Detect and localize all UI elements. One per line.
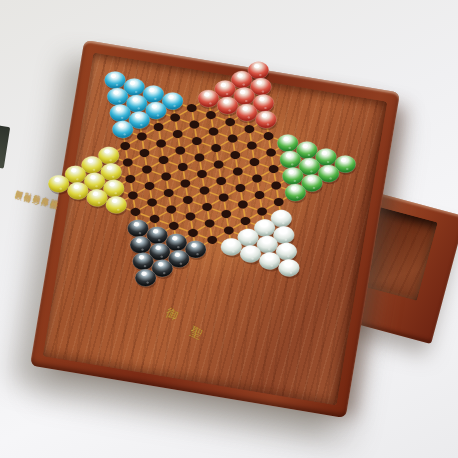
board-hole bbox=[210, 143, 223, 154]
grid-dash bbox=[147, 128, 154, 135]
grid-dash bbox=[200, 127, 208, 130]
grid-dash bbox=[145, 174, 152, 181]
grid-dash bbox=[204, 149, 211, 156]
board-hole bbox=[160, 171, 173, 182]
grid-dash bbox=[164, 119, 171, 126]
grid-dash bbox=[192, 130, 199, 137]
board-hole bbox=[220, 209, 233, 220]
grid-dash bbox=[267, 203, 274, 210]
board-hole bbox=[148, 214, 161, 225]
board-hole bbox=[157, 155, 170, 166]
board-hole bbox=[224, 117, 237, 128]
grid-dash bbox=[126, 167, 133, 174]
grid-dash bbox=[186, 205, 193, 212]
grid-dash bbox=[153, 172, 161, 175]
grid-dash bbox=[265, 187, 272, 194]
grid-dash bbox=[171, 168, 178, 175]
grid-dash bbox=[252, 167, 259, 174]
board-hole bbox=[248, 157, 261, 168]
grid-dash bbox=[272, 174, 279, 181]
grid-dash bbox=[198, 225, 205, 232]
grid-dash bbox=[219, 124, 226, 131]
board-hole bbox=[236, 199, 249, 210]
grid-dash bbox=[208, 176, 216, 179]
grid-dash bbox=[130, 138, 137, 145]
board-hole bbox=[193, 152, 206, 163]
grid-dash bbox=[169, 152, 176, 159]
grid-dash bbox=[246, 190, 254, 193]
grid-dash bbox=[134, 165, 142, 168]
grid-dash bbox=[139, 198, 147, 201]
grid-dash bbox=[180, 228, 188, 231]
grid-dash bbox=[160, 221, 168, 224]
grid-dash bbox=[131, 148, 139, 151]
grid-dash bbox=[207, 166, 214, 173]
grid-dash bbox=[222, 202, 229, 209]
grid-dash bbox=[265, 197, 273, 200]
grid-dash bbox=[160, 211, 167, 218]
grid-dash bbox=[190, 113, 197, 120]
grid-dash bbox=[158, 205, 166, 208]
board-hole bbox=[222, 225, 235, 236]
grid-dash bbox=[244, 174, 252, 177]
grid-dash bbox=[238, 193, 245, 200]
board-hole bbox=[207, 126, 220, 137]
board-hole bbox=[262, 131, 275, 142]
board-hole bbox=[217, 192, 230, 203]
grid-dash bbox=[181, 120, 189, 123]
grid-dash bbox=[155, 188, 163, 191]
grid-dash bbox=[148, 139, 156, 142]
grid-dash bbox=[248, 196, 255, 203]
grid-dash bbox=[191, 186, 199, 189]
grid-dash bbox=[222, 150, 230, 153]
board-hole bbox=[152, 122, 165, 133]
grid-dash bbox=[205, 160, 213, 163]
grid-dash bbox=[197, 162, 204, 169]
grid-dash bbox=[202, 195, 209, 202]
board-hole bbox=[190, 136, 203, 147]
board-hole bbox=[126, 190, 139, 201]
grid-dash bbox=[142, 158, 149, 165]
grid-dash bbox=[186, 153, 194, 156]
grid-dash bbox=[189, 169, 197, 172]
grid-dash bbox=[176, 139, 183, 146]
board-hole bbox=[203, 218, 216, 229]
grid-dash bbox=[240, 147, 247, 154]
board-hole bbox=[138, 148, 151, 159]
grid-dash bbox=[185, 142, 192, 149]
board-hole bbox=[141, 164, 154, 175]
grid-dash bbox=[200, 179, 207, 186]
board-hole bbox=[121, 157, 134, 168]
grid-dash bbox=[179, 218, 186, 225]
grid-dash bbox=[210, 182, 217, 189]
grid-dash bbox=[157, 194, 164, 201]
board-hole bbox=[119, 141, 132, 152]
grid-dash bbox=[229, 189, 236, 196]
grid-dash bbox=[150, 155, 158, 158]
board-hole bbox=[169, 112, 182, 123]
board-hole bbox=[129, 207, 142, 218]
grid-dash bbox=[247, 134, 254, 141]
grid-dash bbox=[203, 143, 211, 146]
grid-dash bbox=[195, 208, 202, 215]
grid-dash bbox=[167, 198, 174, 205]
grid-dash bbox=[215, 226, 223, 229]
grid-dash bbox=[176, 201, 183, 208]
grid-dash bbox=[217, 169, 224, 176]
board-hole bbox=[243, 124, 256, 135]
grid-dash bbox=[205, 212, 212, 219]
grid-dash bbox=[164, 181, 171, 188]
grid-dash bbox=[250, 151, 257, 158]
board-hole bbox=[167, 221, 180, 232]
grid-dash bbox=[210, 193, 218, 196]
board-hole bbox=[174, 145, 187, 156]
grid-dash bbox=[140, 204, 147, 211]
grid-dash bbox=[162, 165, 169, 172]
grid-dash bbox=[224, 156, 231, 163]
grid-dash bbox=[263, 181, 271, 184]
grid-dash bbox=[219, 134, 227, 137]
board-hole bbox=[184, 211, 197, 222]
grid-dash bbox=[229, 200, 237, 203]
grid-dash bbox=[211, 137, 218, 144]
grid-dash bbox=[188, 221, 195, 228]
board-hole bbox=[245, 140, 258, 151]
grid-dash bbox=[183, 126, 190, 133]
grid-dash bbox=[199, 117, 206, 124]
board-hole bbox=[165, 204, 178, 215]
board-hole bbox=[179, 178, 192, 189]
board-hole bbox=[215, 176, 228, 187]
grid-dash bbox=[183, 188, 190, 195]
grid-dash bbox=[226, 173, 233, 180]
grid-dash bbox=[194, 202, 202, 205]
grid-dash bbox=[217, 232, 224, 239]
background-object-sliver bbox=[0, 125, 10, 168]
grid-dash bbox=[202, 133, 209, 140]
board-hole bbox=[206, 235, 219, 246]
grid-dash bbox=[193, 192, 200, 199]
grid-dash bbox=[245, 180, 252, 187]
grid-dash bbox=[135, 171, 142, 178]
grid-dash bbox=[152, 161, 159, 168]
board-hole bbox=[270, 180, 283, 191]
grid-dash bbox=[131, 200, 138, 207]
grid-dash bbox=[150, 207, 157, 214]
grid-dash bbox=[141, 214, 149, 217]
grid-dash bbox=[249, 207, 257, 210]
grid-dash bbox=[177, 212, 185, 215]
grid-dash bbox=[228, 127, 235, 134]
grid-dash bbox=[183, 136, 191, 139]
grid-dash bbox=[128, 184, 135, 191]
grid-dash bbox=[234, 222, 241, 229]
board-hole bbox=[155, 138, 168, 149]
grid-dash bbox=[169, 214, 176, 221]
board-hole bbox=[135, 131, 148, 142]
grid-dash bbox=[260, 164, 268, 167]
grid-dash bbox=[149, 145, 156, 152]
board-hole bbox=[272, 197, 285, 208]
board-hole bbox=[256, 206, 269, 217]
grid-dash bbox=[232, 216, 240, 219]
grid-dash bbox=[133, 154, 140, 161]
grid-dash bbox=[258, 148, 266, 151]
grid-dash bbox=[255, 183, 262, 190]
grid-dash bbox=[169, 162, 177, 165]
grid-dash bbox=[178, 155, 185, 162]
grid-dash bbox=[140, 141, 147, 148]
grid-dash bbox=[262, 171, 269, 178]
grid-dash bbox=[156, 132, 163, 139]
grid-dash bbox=[138, 187, 145, 194]
board-hole bbox=[176, 162, 189, 173]
grid-dash bbox=[190, 175, 197, 182]
board-hole bbox=[146, 197, 159, 208]
board-hole bbox=[229, 150, 242, 161]
grid-dash bbox=[209, 120, 216, 127]
board-hole bbox=[265, 147, 278, 158]
grid-dash bbox=[238, 141, 246, 144]
grid-dash bbox=[180, 110, 187, 117]
grid-dash bbox=[173, 123, 180, 130]
board-hole bbox=[226, 133, 239, 144]
grid-dash bbox=[238, 131, 245, 138]
grid-dash bbox=[266, 141, 273, 148]
board-hole bbox=[124, 174, 137, 185]
grid-dash bbox=[255, 131, 263, 134]
grid-dash bbox=[215, 215, 222, 222]
grid-dash bbox=[213, 209, 221, 212]
grid-dash bbox=[259, 154, 266, 161]
grid-dash bbox=[181, 172, 188, 179]
grid-dash bbox=[159, 148, 166, 155]
grid-dash bbox=[257, 138, 264, 145]
grid-dash bbox=[274, 190, 281, 197]
grid-dash bbox=[164, 129, 172, 132]
grid-dash bbox=[166, 135, 173, 142]
grid-dash bbox=[236, 176, 243, 183]
grid-dash bbox=[241, 157, 249, 160]
board-hole bbox=[196, 169, 209, 180]
grid-dash bbox=[219, 186, 226, 193]
grid-dash bbox=[208, 228, 215, 235]
grid-dash bbox=[214, 153, 221, 160]
board-hole bbox=[267, 164, 280, 175]
grid-dash bbox=[212, 199, 219, 206]
board-hole bbox=[188, 119, 201, 130]
grid-dash bbox=[136, 181, 144, 184]
photo-background: 跳棋雅戲 六角星陣 群珠列彩 對弈怡情 智樂同歡 御 聖 bbox=[0, 0, 458, 458]
grid-dash bbox=[221, 140, 228, 147]
grid-dash bbox=[147, 191, 154, 198]
grid-dash bbox=[155, 178, 162, 185]
grid-dash bbox=[172, 179, 180, 182]
grid-dash bbox=[188, 159, 195, 166]
grid-dash bbox=[257, 200, 264, 207]
board-hole bbox=[162, 188, 175, 199]
grid-dash bbox=[241, 209, 248, 216]
board-hole bbox=[185, 103, 198, 114]
grid-dash bbox=[250, 213, 257, 220]
grid-dash bbox=[167, 146, 175, 149]
board-hole bbox=[201, 202, 214, 213]
board-hole bbox=[205, 110, 218, 121]
grid-dash bbox=[236, 124, 244, 127]
grid-dash bbox=[269, 158, 276, 165]
grid-dash bbox=[174, 195, 182, 198]
board-hole bbox=[251, 173, 264, 184]
board-hole bbox=[187, 228, 200, 239]
board-hole bbox=[231, 166, 244, 177]
board-hole bbox=[181, 195, 194, 206]
grid-dash bbox=[233, 160, 240, 167]
board-hole bbox=[143, 181, 156, 192]
grid-dash bbox=[198, 110, 206, 113]
grid-dash bbox=[199, 235, 207, 238]
grid-dash bbox=[196, 219, 204, 222]
grid-dash bbox=[195, 146, 202, 153]
board-hole bbox=[212, 159, 225, 170]
grid-dash bbox=[231, 206, 238, 213]
grid-dash bbox=[224, 219, 231, 226]
grid-dash bbox=[243, 163, 250, 170]
grid-dash bbox=[224, 167, 232, 170]
grid-dash bbox=[174, 185, 181, 192]
grid-dash bbox=[217, 117, 225, 120]
board-hole bbox=[239, 216, 252, 227]
board-hole bbox=[171, 129, 184, 140]
board-hole bbox=[234, 183, 247, 194]
board-hole bbox=[198, 185, 211, 196]
grid-dash bbox=[123, 151, 130, 158]
grid-dash bbox=[227, 183, 235, 186]
board-hole bbox=[253, 190, 266, 201]
grid-dash bbox=[231, 144, 238, 151]
